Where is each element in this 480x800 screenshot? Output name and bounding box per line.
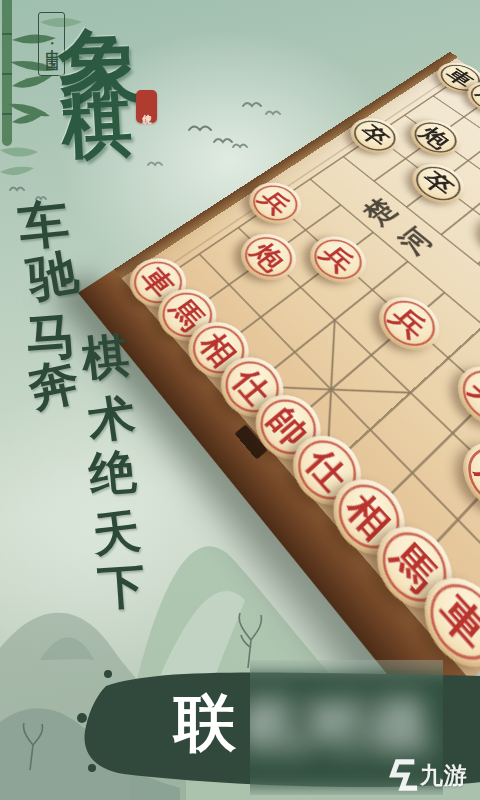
- slogan-char-绝: 绝: [86, 440, 138, 507]
- traditional-seal: 传统: [136, 90, 157, 123]
- nine-game-watermark[interactable]: 九游: [388, 754, 480, 796]
- nine-game-g-icon: [388, 757, 420, 793]
- banner-button-label[interactable]: 联: [170, 690, 240, 756]
- slogan-char-下: 下: [96, 554, 147, 620]
- watermark-brand-text: 九游: [420, 760, 468, 791]
- logo-title-char-qi: 棋: [60, 78, 135, 176]
- svg-text:楚: 楚: [356, 193, 404, 231]
- promo-screen: 楚 河 漢 界 車馬象士將士象馬車炮炮卒卒卒卒卒兵兵兵兵兵炮炮車馬相仕帥仕相馬車…: [0, 0, 480, 800]
- svg-text:河: 河: [390, 221, 440, 261]
- slogan-char-棋: 棋: [79, 324, 132, 392]
- blurred-banner-text: 机对战: [250, 686, 443, 764]
